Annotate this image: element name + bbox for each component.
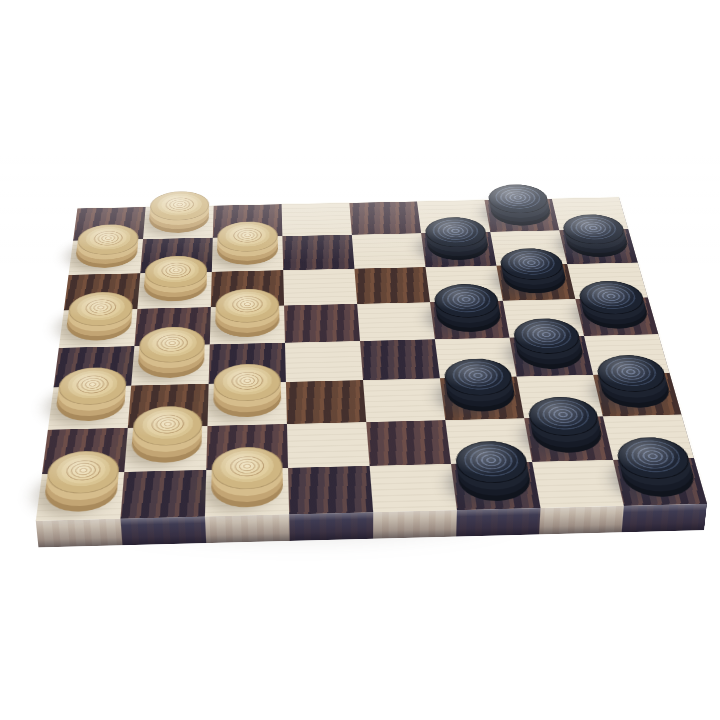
square-b3[interactable] xyxy=(128,384,209,428)
square-d1[interactable] xyxy=(288,466,373,515)
square-h4[interactable] xyxy=(584,334,669,375)
square-h1[interactable] xyxy=(613,458,707,506)
square-c1[interactable] xyxy=(205,468,289,517)
square-f5[interactable] xyxy=(430,301,509,340)
square-h2[interactable] xyxy=(603,414,694,459)
square-d5[interactable] xyxy=(284,304,360,343)
checker-white[interactable] xyxy=(144,255,207,288)
square-d7[interactable] xyxy=(282,235,354,270)
checker-black[interactable] xyxy=(614,437,694,480)
square-g8[interactable] xyxy=(484,199,559,232)
square-b6[interactable] xyxy=(137,272,211,309)
board-squares xyxy=(36,197,707,521)
square-c4[interactable] xyxy=(209,343,286,384)
square-c2[interactable] xyxy=(206,424,288,470)
square-a2[interactable] xyxy=(42,428,128,474)
square-e3[interactable] xyxy=(363,378,445,421)
square-b4[interactable] xyxy=(131,344,210,385)
square-e6[interactable] xyxy=(354,267,430,304)
square-f2[interactable] xyxy=(445,418,532,464)
square-d2[interactable] xyxy=(287,422,370,468)
square-a1[interactable] xyxy=(36,472,124,521)
square-a3[interactable] xyxy=(48,386,131,430)
square-e1[interactable] xyxy=(370,464,457,513)
square-f4[interactable] xyxy=(435,338,517,379)
checker-black[interactable] xyxy=(443,358,515,396)
square-d4[interactable] xyxy=(285,341,363,382)
square-d6[interactable] xyxy=(283,268,357,305)
square-c7[interactable] xyxy=(212,236,283,271)
checker-black[interactable] xyxy=(486,184,550,214)
square-h7[interactable] xyxy=(559,229,637,264)
square-h3[interactable] xyxy=(593,373,681,416)
square-e8[interactable] xyxy=(349,201,421,234)
square-a5[interactable] xyxy=(59,309,138,348)
square-g3[interactable] xyxy=(517,375,603,418)
square-d3[interactable] xyxy=(286,380,366,423)
checker-white[interactable] xyxy=(149,191,209,221)
square-g4[interactable] xyxy=(510,336,594,377)
square-c5[interactable] xyxy=(210,305,285,344)
photo-canvas xyxy=(0,0,720,720)
square-f3[interactable] xyxy=(440,377,524,420)
square-h5[interactable] xyxy=(575,297,658,336)
square-d8[interactable] xyxy=(282,203,352,236)
square-c3[interactable] xyxy=(207,382,286,426)
square-e2[interactable] xyxy=(366,420,451,466)
checkers-board xyxy=(36,197,707,521)
checker-white[interactable] xyxy=(57,367,128,406)
square-f7[interactable] xyxy=(421,232,496,267)
square-e5[interactable] xyxy=(357,302,435,341)
checker-black[interactable] xyxy=(526,396,602,437)
square-e4[interactable] xyxy=(360,339,440,380)
checker-white[interactable] xyxy=(132,405,203,446)
square-b2[interactable] xyxy=(124,426,207,472)
checker-white[interactable] xyxy=(45,450,120,494)
checker-white[interactable] xyxy=(138,326,205,363)
checker-black[interactable] xyxy=(594,354,669,392)
checker-white[interactable] xyxy=(217,221,278,252)
square-g1[interactable] xyxy=(532,460,624,508)
checker-black[interactable] xyxy=(454,441,530,484)
checker-white[interactable] xyxy=(211,446,282,489)
square-e7[interactable] xyxy=(352,233,426,268)
square-b8[interactable] xyxy=(143,206,214,240)
square-f1[interactable] xyxy=(451,462,541,510)
square-a4[interactable] xyxy=(54,346,135,387)
checker-white[interactable] xyxy=(216,288,280,323)
square-b1[interactable] xyxy=(120,470,206,519)
checker-white[interactable] xyxy=(214,363,281,402)
square-a7[interactable] xyxy=(69,239,143,274)
square-g2[interactable] xyxy=(524,416,613,462)
square-g6[interactable] xyxy=(496,264,575,301)
